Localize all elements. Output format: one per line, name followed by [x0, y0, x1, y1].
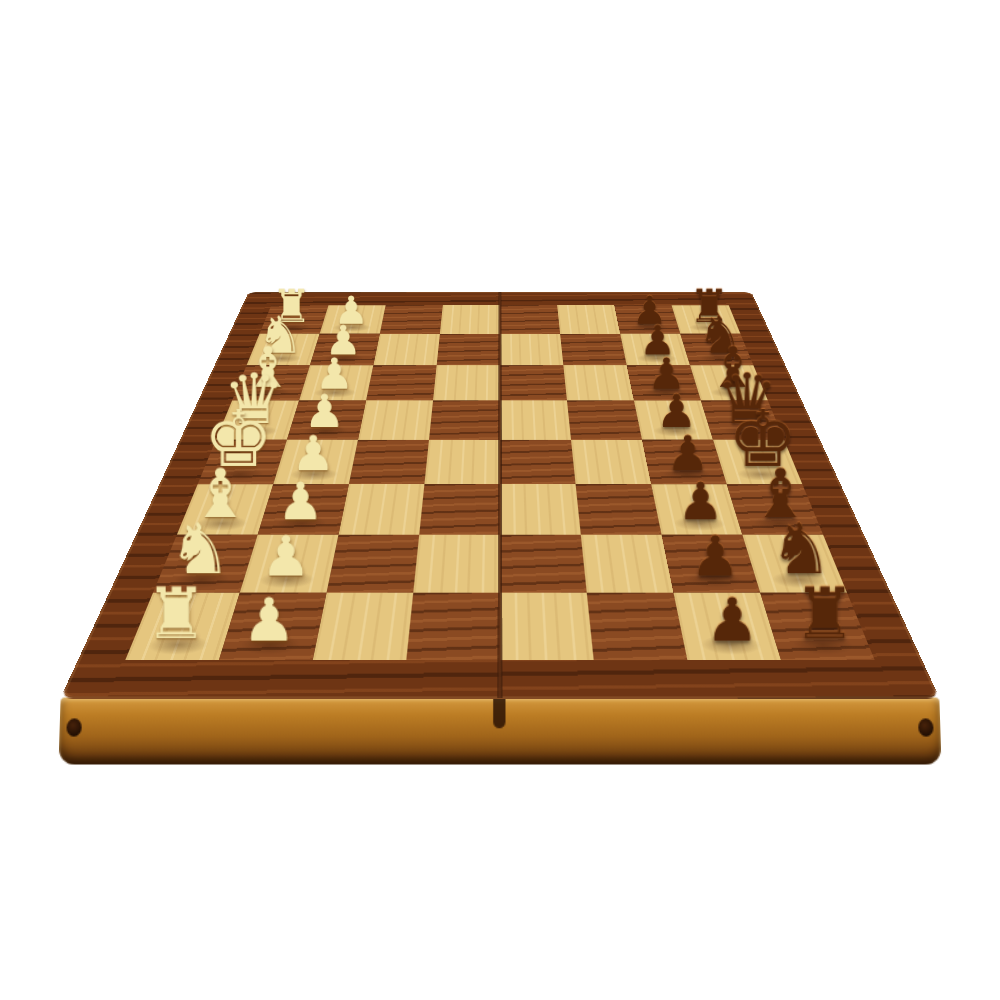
square-c4[interactable]	[433, 365, 500, 400]
square-a5[interactable]	[500, 305, 560, 333]
square-g4[interactable]	[413, 535, 500, 593]
square-g6[interactable]	[581, 535, 674, 593]
square-e6[interactable]	[571, 440, 651, 484]
square-e5[interactable]	[500, 440, 576, 484]
chess-board: ♜♟♟♜♞♟♟♞♝♟♟♝♛♟♟♛♚♟♟♚♝♟♟♝♞♟♟♞♜♟♟♜	[60, 292, 940, 698]
square-f6[interactable]	[576, 484, 662, 535]
white-pawn[interactable]: ♟	[260, 528, 310, 584]
square-h6[interactable]	[587, 593, 688, 660]
square-b4[interactable]	[437, 334, 500, 366]
square-e4[interactable]	[424, 440, 500, 484]
square-b5[interactable]	[500, 334, 563, 366]
square-f4[interactable]	[419, 484, 500, 535]
black-pawn[interactable]: ♟	[705, 590, 759, 650]
white-pawn[interactable]: ♟	[242, 590, 296, 650]
black-pawn[interactable]: ♟	[690, 528, 740, 584]
square-e3[interactable]	[349, 440, 429, 484]
square-b3[interactable]	[373, 334, 440, 366]
front-edge-hole-right	[918, 718, 934, 736]
square-h1[interactable]: ♜	[125, 593, 239, 660]
white-pawn[interactable]: ♟	[277, 475, 323, 527]
square-f5[interactable]	[500, 484, 581, 535]
square-c5[interactable]	[500, 365, 567, 400]
square-h5[interactable]	[500, 593, 594, 660]
photo-background: ♜♟♟♜♞♟♟♞♝♟♟♝♛♟♟♛♚♟♟♚♝♟♟♝♞♟♟♞♜♟♟♜	[0, 0, 1000, 1000]
square-g3[interactable]	[326, 535, 419, 593]
square-a6[interactable]	[557, 305, 620, 333]
white-rook[interactable]: ♜	[144, 579, 207, 649]
front-edge-seam-notch	[493, 697, 505, 728]
square-a4[interactable]	[440, 305, 500, 333]
black-pawn[interactable]: ♟	[677, 475, 723, 527]
square-b6[interactable]	[560, 334, 627, 366]
square-g5[interactable]	[500, 535, 587, 593]
square-h4[interactable]	[406, 593, 500, 660]
front-edge-hole-left	[66, 718, 82, 736]
perspective-wrapper: ♜♟♟♜♞♟♟♞♝♟♟♝♛♟♟♛♚♟♟♚♝♟♟♝♞♟♟♞♜♟♟♜	[0, 0, 1000, 1000]
square-d5[interactable]	[500, 400, 571, 439]
square-d6[interactable]	[567, 400, 642, 439]
square-d3[interactable]	[358, 400, 433, 439]
black-rook[interactable]: ♜	[793, 579, 856, 649]
square-h8[interactable]: ♜	[760, 593, 874, 660]
square-c6[interactable]	[563, 365, 634, 400]
square-f3[interactable]	[338, 484, 424, 535]
square-a3[interactable]	[380, 305, 443, 333]
square-h3[interactable]	[313, 593, 414, 660]
square-d4[interactable]	[429, 400, 500, 439]
board-front-edge	[59, 697, 942, 764]
square-c3[interactable]	[366, 365, 437, 400]
